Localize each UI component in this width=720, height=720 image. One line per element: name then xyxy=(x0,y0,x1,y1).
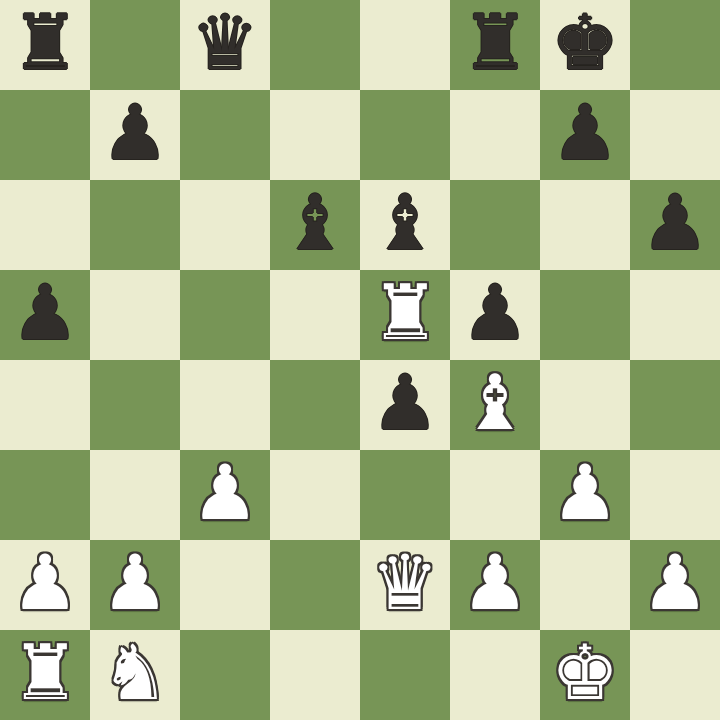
square-b8[interactable] xyxy=(90,0,180,90)
black-pawn-f5[interactable]: ♟ xyxy=(461,268,529,358)
square-d1[interactable] xyxy=(270,630,360,720)
square-g1[interactable]: ♚ xyxy=(540,630,630,720)
square-h8[interactable] xyxy=(630,0,720,90)
square-h4[interactable] xyxy=(630,360,720,450)
square-h5[interactable] xyxy=(630,270,720,360)
square-a1[interactable]: ♜ xyxy=(0,630,90,720)
square-d6[interactable]: ♝ xyxy=(270,180,360,270)
square-d8[interactable] xyxy=(270,0,360,90)
square-b2[interactable]: ♟ xyxy=(90,540,180,630)
white-knight-b1[interactable]: ♞ xyxy=(101,628,169,718)
black-pawn-g7[interactable]: ♟ xyxy=(551,88,619,178)
square-d3[interactable] xyxy=(270,450,360,540)
square-h6[interactable]: ♟ xyxy=(630,180,720,270)
square-f8[interactable]: ♜ xyxy=(450,0,540,90)
square-b7[interactable]: ♟ xyxy=(90,90,180,180)
square-g8[interactable]: ♚ xyxy=(540,0,630,90)
square-a6[interactable] xyxy=(0,180,90,270)
black-pawn-h6[interactable]: ♟ xyxy=(641,178,709,268)
square-e6[interactable]: ♝ xyxy=(360,180,450,270)
square-e2[interactable]: ♛ xyxy=(360,540,450,630)
square-f1[interactable] xyxy=(450,630,540,720)
square-c4[interactable] xyxy=(180,360,270,450)
black-rook-a8[interactable]: ♜ xyxy=(11,0,79,88)
square-d5[interactable] xyxy=(270,270,360,360)
black-king-g8[interactable]: ♚ xyxy=(551,0,619,88)
white-queen-e2[interactable]: ♛ xyxy=(371,538,439,628)
white-bishop-f4[interactable]: ♝ xyxy=(461,358,529,448)
square-f7[interactable] xyxy=(450,90,540,180)
square-h1[interactable] xyxy=(630,630,720,720)
square-g2[interactable] xyxy=(540,540,630,630)
square-f4[interactable]: ♝ xyxy=(450,360,540,450)
square-c1[interactable] xyxy=(180,630,270,720)
black-pawn-a5[interactable]: ♟ xyxy=(11,268,79,358)
square-b3[interactable] xyxy=(90,450,180,540)
square-a7[interactable] xyxy=(0,90,90,180)
square-h3[interactable] xyxy=(630,450,720,540)
white-pawn-b2[interactable]: ♟ xyxy=(101,538,169,628)
square-a8[interactable]: ♜ xyxy=(0,0,90,90)
white-rook-e5[interactable]: ♜ xyxy=(371,268,439,358)
black-bishop-d6[interactable]: ♝ xyxy=(281,178,349,268)
square-e8[interactable] xyxy=(360,0,450,90)
square-b4[interactable] xyxy=(90,360,180,450)
square-c2[interactable] xyxy=(180,540,270,630)
square-c3[interactable]: ♟ xyxy=(180,450,270,540)
white-pawn-f2[interactable]: ♟ xyxy=(461,538,529,628)
square-e5[interactable]: ♜ xyxy=(360,270,450,360)
black-pawn-b7[interactable]: ♟ xyxy=(101,88,169,178)
white-pawn-g3[interactable]: ♟ xyxy=(551,448,619,538)
square-e4[interactable]: ♟ xyxy=(360,360,450,450)
square-c6[interactable] xyxy=(180,180,270,270)
black-rook-f8[interactable]: ♜ xyxy=(461,0,529,88)
square-a4[interactable] xyxy=(0,360,90,450)
square-c8[interactable]: ♛ xyxy=(180,0,270,90)
square-a5[interactable]: ♟ xyxy=(0,270,90,360)
white-pawn-c3[interactable]: ♟ xyxy=(191,448,259,538)
square-d4[interactable] xyxy=(270,360,360,450)
square-a2[interactable]: ♟ xyxy=(0,540,90,630)
square-b6[interactable] xyxy=(90,180,180,270)
square-b1[interactable]: ♞ xyxy=(90,630,180,720)
chess-board: ♜♛♜♚♟♟♝♝♟♟♜♟♟♝♟♟♟♟♛♟♟♜♞♚ xyxy=(0,0,720,720)
square-d2[interactable] xyxy=(270,540,360,630)
square-h2[interactable]: ♟ xyxy=(630,540,720,630)
square-e3[interactable] xyxy=(360,450,450,540)
square-c7[interactable] xyxy=(180,90,270,180)
black-bishop-e6[interactable]: ♝ xyxy=(371,178,439,268)
square-c5[interactable] xyxy=(180,270,270,360)
square-f6[interactable] xyxy=(450,180,540,270)
square-f2[interactable]: ♟ xyxy=(450,540,540,630)
square-g5[interactable] xyxy=(540,270,630,360)
white-pawn-a2[interactable]: ♟ xyxy=(11,538,79,628)
white-king-g1[interactable]: ♚ xyxy=(551,628,619,718)
square-f5[interactable]: ♟ xyxy=(450,270,540,360)
square-g4[interactable] xyxy=(540,360,630,450)
white-rook-a1[interactable]: ♜ xyxy=(11,628,79,718)
square-e1[interactable] xyxy=(360,630,450,720)
black-queen-c8[interactable]: ♛ xyxy=(191,0,259,88)
square-a3[interactable] xyxy=(0,450,90,540)
white-pawn-h2[interactable]: ♟ xyxy=(641,538,709,628)
square-d7[interactable] xyxy=(270,90,360,180)
square-b5[interactable] xyxy=(90,270,180,360)
square-h7[interactable] xyxy=(630,90,720,180)
square-g3[interactable]: ♟ xyxy=(540,450,630,540)
square-e7[interactable] xyxy=(360,90,450,180)
square-f3[interactable] xyxy=(450,450,540,540)
square-g6[interactable] xyxy=(540,180,630,270)
square-g7[interactable]: ♟ xyxy=(540,90,630,180)
black-pawn-e4[interactable]: ♟ xyxy=(371,358,439,448)
